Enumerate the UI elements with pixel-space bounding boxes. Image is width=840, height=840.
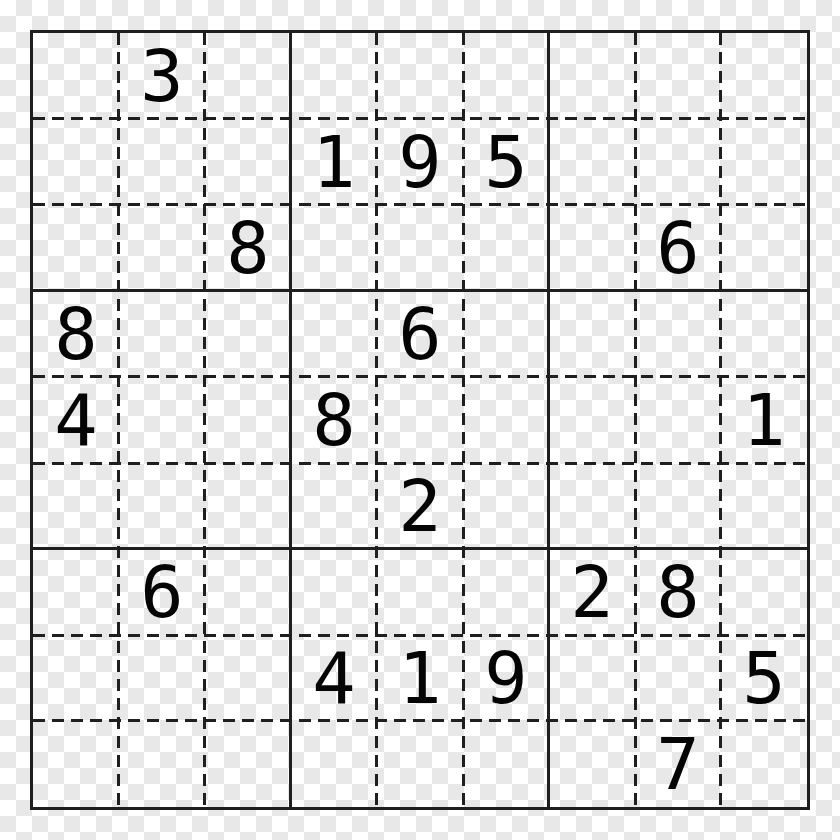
cell-r2c2[interactable]: [119, 119, 205, 205]
cell-r1c1[interactable]: [33, 33, 119, 119]
cell-r3c5[interactable]: [377, 205, 463, 291]
given-digit: 2: [398, 470, 441, 542]
cell-r4c8[interactable]: [635, 291, 721, 377]
cell-r2c6: 5: [463, 119, 549, 205]
cell-r2c7[interactable]: [549, 119, 635, 205]
cell-r6c9[interactable]: [721, 463, 807, 549]
cell-r9c9[interactable]: [721, 721, 807, 807]
cell-r7c5[interactable]: [377, 549, 463, 635]
cell-r2c4: 1: [291, 119, 377, 205]
cell-r8c5: 1: [377, 635, 463, 721]
cell-r5c6[interactable]: [463, 377, 549, 463]
given-digit: 5: [742, 642, 785, 714]
given-digit: 1: [398, 642, 441, 714]
cell-r3c1[interactable]: [33, 205, 119, 291]
cell-r9c8: 7: [635, 721, 721, 807]
given-digit: 4: [54, 384, 97, 456]
cell-r8c2[interactable]: [119, 635, 205, 721]
cell-r7c8: 8: [635, 549, 721, 635]
cell-r4c7[interactable]: [549, 291, 635, 377]
cell-r5c7[interactable]: [549, 377, 635, 463]
given-digit: 6: [656, 212, 699, 284]
cell-r2c5: 9: [377, 119, 463, 205]
cell-r9c7[interactable]: [549, 721, 635, 807]
given-digit: 5: [484, 126, 527, 198]
cell-r1c3[interactable]: [205, 33, 291, 119]
cell-r6c8[interactable]: [635, 463, 721, 549]
cell-r4c4[interactable]: [291, 291, 377, 377]
given-digit: 1: [312, 126, 355, 198]
cell-r3c2[interactable]: [119, 205, 205, 291]
given-digit: 1: [742, 384, 785, 456]
cell-r8c9: 5: [721, 635, 807, 721]
cell-r6c3[interactable]: [205, 463, 291, 549]
cell-r1c4[interactable]: [291, 33, 377, 119]
cell-r4c2[interactable]: [119, 291, 205, 377]
cell-r4c9[interactable]: [721, 291, 807, 377]
transparency-checkerboard-background: 31958686481262841957: [0, 0, 840, 840]
given-digit: 8: [656, 556, 699, 628]
cell-r5c8[interactable]: [635, 377, 721, 463]
cell-r3c8: 6: [635, 205, 721, 291]
cell-r6c6[interactable]: [463, 463, 549, 549]
cell-r8c6: 9: [463, 635, 549, 721]
cell-r2c9[interactable]: [721, 119, 807, 205]
given-digit: 6: [140, 556, 183, 628]
cell-r2c8[interactable]: [635, 119, 721, 205]
cell-r3c4[interactable]: [291, 205, 377, 291]
cell-r2c3[interactable]: [205, 119, 291, 205]
cell-r5c9: 1: [721, 377, 807, 463]
given-digit: 8: [226, 212, 269, 284]
cell-r6c2[interactable]: [119, 463, 205, 549]
given-digit: 9: [398, 126, 441, 198]
cell-r6c7[interactable]: [549, 463, 635, 549]
cell-r1c8[interactable]: [635, 33, 721, 119]
cell-r9c3[interactable]: [205, 721, 291, 807]
cell-r4c3[interactable]: [205, 291, 291, 377]
cell-r1c6[interactable]: [463, 33, 549, 119]
cell-r7c6[interactable]: [463, 549, 549, 635]
cell-r7c7: 2: [549, 549, 635, 635]
sudoku-board: 31958686481262841957: [30, 30, 810, 810]
cell-r7c2: 6: [119, 549, 205, 635]
cell-r1c5[interactable]: [377, 33, 463, 119]
cell-r8c7[interactable]: [549, 635, 635, 721]
cell-r5c2[interactable]: [119, 377, 205, 463]
cell-r7c4[interactable]: [291, 549, 377, 635]
cell-r6c4[interactable]: [291, 463, 377, 549]
cell-r5c3[interactable]: [205, 377, 291, 463]
cell-r6c1[interactable]: [33, 463, 119, 549]
cell-r9c5[interactable]: [377, 721, 463, 807]
given-digit: 7: [656, 728, 699, 800]
given-digit: 8: [54, 298, 97, 370]
cell-r7c1[interactable]: [33, 549, 119, 635]
cell-r3c3: 8: [205, 205, 291, 291]
cell-r4c6[interactable]: [463, 291, 549, 377]
cell-r8c3[interactable]: [205, 635, 291, 721]
cell-r8c4: 4: [291, 635, 377, 721]
cell-r8c8[interactable]: [635, 635, 721, 721]
cell-r9c4[interactable]: [291, 721, 377, 807]
given-digit: 6: [398, 298, 441, 370]
given-digit: 8: [312, 384, 355, 456]
cell-r4c1: 8: [33, 291, 119, 377]
cell-r4c5: 6: [377, 291, 463, 377]
cell-r1c2: 3: [119, 33, 205, 119]
cell-r2c1[interactable]: [33, 119, 119, 205]
cell-r5c1: 4: [33, 377, 119, 463]
cell-r9c1[interactable]: [33, 721, 119, 807]
cell-r8c1[interactable]: [33, 635, 119, 721]
sudoku-cells: 31958686481262841957: [33, 33, 807, 807]
cell-r3c9[interactable]: [721, 205, 807, 291]
cell-r3c6[interactable]: [463, 205, 549, 291]
cell-r5c5[interactable]: [377, 377, 463, 463]
cell-r9c2[interactable]: [119, 721, 205, 807]
cell-r1c9[interactable]: [721, 33, 807, 119]
given-digit: 2: [570, 556, 613, 628]
given-digit: 9: [484, 642, 527, 714]
cell-r7c3[interactable]: [205, 549, 291, 635]
cell-r5c4: 8: [291, 377, 377, 463]
cell-r9c6[interactable]: [463, 721, 549, 807]
given-digit: 3: [140, 40, 183, 112]
given-digit: 4: [312, 642, 355, 714]
cell-r7c9[interactable]: [721, 549, 807, 635]
cell-r1c7[interactable]: [549, 33, 635, 119]
cell-r3c7[interactable]: [549, 205, 635, 291]
cell-r6c5: 2: [377, 463, 463, 549]
